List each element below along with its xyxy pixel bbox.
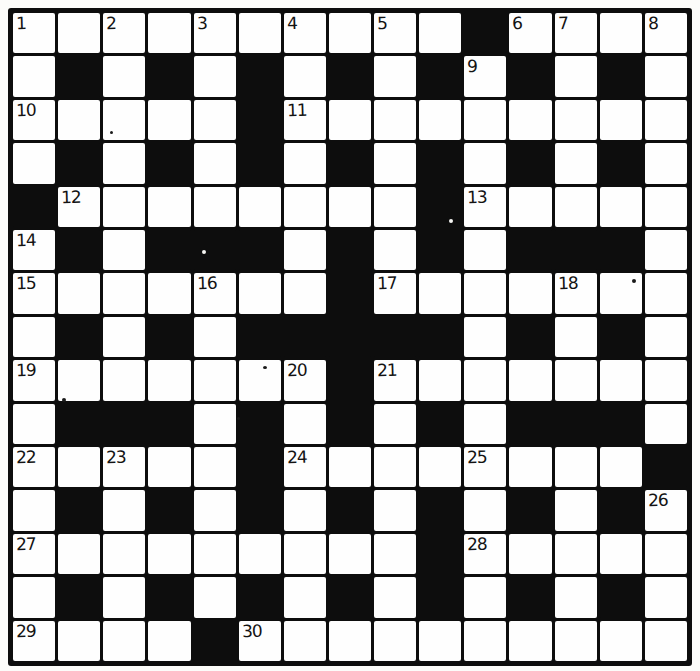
clue-number-2: 2 <box>106 13 116 33</box>
clue-number-1: 1 <box>16 13 26 33</box>
cell-r4c5[interactable] <box>194 143 236 183</box>
cell-r15c1[interactable]: 29 <box>13 621 55 661</box>
cell-r2c14-black <box>600 56 642 96</box>
cell-r2c9[interactable] <box>374 56 416 96</box>
clue-number-20: 20 <box>287 360 307 381</box>
cell-r8c3[interactable] <box>103 317 145 357</box>
cell-r14c3[interactable] <box>103 577 145 617</box>
cell-r15c12[interactable] <box>509 621 551 661</box>
cell-r2c12-black <box>509 56 551 96</box>
cell-r2c2-black <box>58 56 100 96</box>
cell-r13c9[interactable] <box>374 534 416 574</box>
cell-r15c5-black <box>194 621 236 661</box>
cell-r9c5[interactable] <box>194 360 236 400</box>
cell-r12c3[interactable] <box>103 490 145 530</box>
clue-number-23: 23 <box>106 447 126 468</box>
cell-r11c14[interactable] <box>600 447 642 487</box>
cell-r10c3-black <box>103 404 145 444</box>
cell-r11c13[interactable] <box>555 447 597 487</box>
cell-r10c6-black <box>239 404 281 444</box>
cell-r10c5[interactable] <box>194 404 236 444</box>
cell-r3c4[interactable] <box>148 100 190 140</box>
cell-r9c13[interactable] <box>555 360 597 400</box>
cell-r3c11[interactable] <box>464 100 506 140</box>
cell-r13c12[interactable] <box>509 534 551 574</box>
cell-r11c10[interactable] <box>419 447 461 487</box>
cell-r12c7[interactable] <box>284 490 326 530</box>
cell-r10c11[interactable] <box>464 404 506 444</box>
cell-r5c2[interactable]: 12 <box>58 187 100 227</box>
cell-r9c4[interactable] <box>148 360 190 400</box>
cell-r8c15[interactable] <box>645 317 687 357</box>
cell-r3c9[interactable] <box>374 100 416 140</box>
cell-r9c12[interactable] <box>509 360 551 400</box>
cell-r9c2[interactable] <box>58 360 100 400</box>
cell-r1c1[interactable]: 1 <box>13 13 55 53</box>
cell-r7c1[interactable]: 15 <box>13 273 55 313</box>
cell-r10c9[interactable] <box>374 404 416 444</box>
clue-number-4: 4 <box>287 13 297 33</box>
cell-r6c4-black <box>148 230 190 270</box>
cell-r1c10[interactable] <box>419 13 461 53</box>
cell-r9c9[interactable]: 21 <box>374 360 416 400</box>
cell-r12c8-black <box>329 490 371 530</box>
cell-r5c6[interactable] <box>239 187 281 227</box>
cell-r12c12-black <box>509 490 551 530</box>
cell-r2c7[interactable] <box>284 56 326 96</box>
cell-r14c4-black <box>148 577 190 617</box>
clue-number-17: 17 <box>377 273 397 294</box>
cell-r5c1-black <box>13 187 55 227</box>
cell-r12c1[interactable] <box>13 490 55 530</box>
clue-number-15: 15 <box>16 273 36 294</box>
cell-r9c14[interactable] <box>600 360 642 400</box>
cell-r7c8-black <box>329 273 371 313</box>
clue-number-24: 24 <box>287 447 307 468</box>
cell-r1c3[interactable]: 2 <box>103 13 145 53</box>
cell-r5c11[interactable]: 13 <box>464 187 506 227</box>
cell-r9c7[interactable]: 20 <box>284 360 326 400</box>
cell-r12c10-black <box>419 490 461 530</box>
cell-r3c5[interactable] <box>194 100 236 140</box>
paper-speck <box>202 250 206 254</box>
cell-r11c15-black <box>645 447 687 487</box>
cell-r15c6[interactable]: 30 <box>239 621 281 661</box>
cell-r11c12[interactable] <box>509 447 551 487</box>
cell-r6c1[interactable]: 14 <box>13 230 55 270</box>
cell-r3c14[interactable] <box>600 100 642 140</box>
cell-r4c9[interactable] <box>374 143 416 183</box>
cell-r7c13[interactable]: 18 <box>555 273 597 313</box>
cell-r8c10-black <box>419 317 461 357</box>
cell-r13c1[interactable]: 27 <box>13 534 55 574</box>
cell-r7c15[interactable] <box>645 273 687 313</box>
cell-r4c15[interactable] <box>645 143 687 183</box>
cell-r5c3[interactable] <box>103 187 145 227</box>
clue-number-6: 6 <box>512 13 522 33</box>
cell-r10c8-black <box>329 404 371 444</box>
cell-r10c10-black <box>419 404 461 444</box>
cell-r2c13[interactable] <box>555 56 597 96</box>
cell-r5c15[interactable] <box>645 187 687 227</box>
cell-r7c11[interactable] <box>464 273 506 313</box>
cell-r10c15[interactable] <box>645 404 687 444</box>
clue-number-14: 14 <box>16 230 36 251</box>
clue-number-30: 30 <box>241 620 261 641</box>
cell-r11c11[interactable]: 25 <box>464 447 506 487</box>
cell-r4c14-black <box>600 143 642 183</box>
clue-number-26: 26 <box>648 490 668 511</box>
clue-number-11: 11 <box>287 100 307 121</box>
cell-r14c2-black <box>58 577 100 617</box>
crossword-grid: 1234567891011121314151617181920212223242… <box>8 8 692 666</box>
cell-r11c4[interactable] <box>148 447 190 487</box>
cell-r5c7[interactable] <box>284 187 326 227</box>
cell-r14c6-black <box>239 577 281 617</box>
cell-r11c9[interactable] <box>374 447 416 487</box>
clue-number-27: 27 <box>16 534 36 555</box>
cell-r13c10-black <box>419 534 461 574</box>
cell-r2c4-black <box>148 56 190 96</box>
clue-number-3: 3 <box>196 13 206 33</box>
cell-r3c6-black <box>239 100 281 140</box>
cell-r14c15[interactable] <box>645 577 687 617</box>
cell-r9c3[interactable] <box>103 360 145 400</box>
cell-r6c3[interactable] <box>103 230 145 270</box>
cell-r2c3[interactable] <box>103 56 145 96</box>
clue-number-8: 8 <box>648 13 658 33</box>
cell-r13c15[interactable] <box>645 534 687 574</box>
clue-number-25: 25 <box>467 447 487 468</box>
cell-r2c15[interactable] <box>645 56 687 96</box>
cell-r1c7[interactable]: 4 <box>284 13 326 53</box>
cell-r8c2-black <box>58 317 100 357</box>
cell-r14c5[interactable] <box>194 577 236 617</box>
cell-r2c8-black <box>329 56 371 96</box>
cell-r4c4-black <box>148 143 190 183</box>
cell-r15c11[interactable] <box>464 621 506 661</box>
cell-r4c13[interactable] <box>555 143 597 183</box>
cell-r7c4[interactable] <box>148 273 190 313</box>
cell-r4c10-black <box>419 143 461 183</box>
cell-r4c11[interactable] <box>464 143 506 183</box>
cell-r3c1[interactable]: 10 <box>13 100 55 140</box>
cell-r13c11[interactable]: 28 <box>464 534 506 574</box>
cell-r12c9[interactable] <box>374 490 416 530</box>
cell-r6c2-black <box>58 230 100 270</box>
cell-r1c8[interactable] <box>329 13 371 53</box>
cell-r10c1[interactable] <box>13 404 55 444</box>
cell-r3c13[interactable] <box>555 100 597 140</box>
cell-r8c6-black <box>239 317 281 357</box>
cell-r1c2[interactable] <box>58 13 100 53</box>
cell-r4c2-black <box>58 143 100 183</box>
cell-r9c6[interactable] <box>239 360 281 400</box>
cell-r13c13[interactable] <box>555 534 597 574</box>
cell-r1c4[interactable] <box>148 13 190 53</box>
cell-r13c3[interactable] <box>103 534 145 574</box>
cell-r6c11[interactable] <box>464 230 506 270</box>
clue-number-7: 7 <box>557 13 567 33</box>
cell-r7c3[interactable] <box>103 273 145 313</box>
cell-r8c7-black <box>284 317 326 357</box>
cell-r3c2[interactable] <box>58 100 100 140</box>
cell-r13c14[interactable] <box>600 534 642 574</box>
cell-r2c1[interactable] <box>13 56 55 96</box>
cell-r15c3[interactable] <box>103 621 145 661</box>
clue-number-21: 21 <box>377 360 397 381</box>
clue-number-12: 12 <box>61 186 81 207</box>
cell-r14c12-black <box>509 577 551 617</box>
cell-r6c7[interactable] <box>284 230 326 270</box>
clue-number-10: 10 <box>16 100 36 121</box>
cell-r6c6-black <box>239 230 281 270</box>
cell-r3c8[interactable] <box>329 100 371 140</box>
cell-r6c14-black <box>600 230 642 270</box>
clue-number-9: 9 <box>467 56 477 76</box>
cell-r4c3[interactable] <box>103 143 145 183</box>
cell-r15c14[interactable] <box>600 621 642 661</box>
cell-r6c10-black <box>419 230 461 270</box>
cell-r12c6-black <box>239 490 281 530</box>
cell-r13c6[interactable] <box>239 534 281 574</box>
cell-r8c13[interactable] <box>555 317 597 357</box>
cell-r10c14-black <box>600 404 642 444</box>
cell-r7c5[interactable]: 16 <box>194 273 236 313</box>
clue-number-19: 19 <box>16 360 36 381</box>
cell-r11c7[interactable]: 24 <box>284 447 326 487</box>
cell-r15c7[interactable] <box>284 621 326 661</box>
cell-r5c4[interactable] <box>148 187 190 227</box>
cell-r13c5[interactable] <box>194 534 236 574</box>
cell-r12c14-black <box>600 490 642 530</box>
cell-r15c8[interactable] <box>329 621 371 661</box>
cell-r14c14-black <box>600 577 642 617</box>
cell-r8c5[interactable] <box>194 317 236 357</box>
cell-r12c11[interactable] <box>464 490 506 530</box>
cell-r10c13-black <box>555 404 597 444</box>
ink-speck <box>632 279 636 283</box>
cell-r2c10-black <box>419 56 461 96</box>
cell-r7c6[interactable] <box>239 273 281 313</box>
cell-r4c12-black <box>509 143 551 183</box>
cell-r3c12[interactable] <box>509 100 551 140</box>
cell-r14c8-black <box>329 577 371 617</box>
cell-r5c8[interactable] <box>329 187 371 227</box>
cell-r15c10[interactable] <box>419 621 461 661</box>
cell-r10c12-black <box>509 404 551 444</box>
cell-r15c15[interactable] <box>645 621 687 661</box>
cell-r8c8-black <box>329 317 371 357</box>
cell-r9c10[interactable] <box>419 360 461 400</box>
cell-r11c8[interactable] <box>329 447 371 487</box>
cell-r10c7[interactable] <box>284 404 326 444</box>
cell-r5c14[interactable] <box>600 187 642 227</box>
cell-r4c6-black <box>239 143 281 183</box>
cell-r1c12[interactable]: 6 <box>509 13 551 53</box>
cell-r14c11[interactable] <box>464 577 506 617</box>
paper-speck <box>449 219 453 223</box>
cell-r11c2[interactable] <box>58 447 100 487</box>
cell-r14c7[interactable] <box>284 577 326 617</box>
cell-r3c3[interactable] <box>103 100 145 140</box>
cell-r2c6-black <box>239 56 281 96</box>
cell-r11c3[interactable]: 23 <box>103 447 145 487</box>
clue-number-28: 28 <box>467 534 487 555</box>
cell-r7c9[interactable]: 17 <box>374 273 416 313</box>
clue-number-13: 13 <box>467 186 487 207</box>
cell-r14c9[interactable] <box>374 577 416 617</box>
cell-r8c1[interactable] <box>13 317 55 357</box>
cell-r11c6-black <box>239 447 281 487</box>
cell-r1c15[interactable]: 8 <box>645 13 687 53</box>
cell-r6c12-black <box>509 230 551 270</box>
cell-r12c4-black <box>148 490 190 530</box>
cell-r12c5[interactable] <box>194 490 236 530</box>
cell-r13c7[interactable] <box>284 534 326 574</box>
cell-r3c10[interactable] <box>419 100 461 140</box>
cell-r15c9[interactable] <box>374 621 416 661</box>
cell-r8c4-black <box>148 317 190 357</box>
cell-r8c11[interactable] <box>464 317 506 357</box>
cell-r9c1[interactable]: 19 <box>13 360 55 400</box>
cell-r9c8-black <box>329 360 371 400</box>
clue-number-22: 22 <box>16 447 36 468</box>
ink-speck <box>237 417 240 420</box>
scanned-crossword-page: 1234567891011121314151617181920212223242… <box>0 0 700 671</box>
cell-r15c2[interactable] <box>58 621 100 661</box>
cell-r1c5[interactable]: 3 <box>194 13 236 53</box>
cell-r2c11[interactable]: 9 <box>464 56 506 96</box>
cell-r15c4[interactable] <box>148 621 190 661</box>
cell-r8c14-black <box>600 317 642 357</box>
cell-r13c2[interactable] <box>58 534 100 574</box>
cell-r1c13[interactable]: 7 <box>555 13 597 53</box>
cell-r9c15[interactable] <box>645 360 687 400</box>
cell-r13c4[interactable] <box>148 534 190 574</box>
cell-r4c7[interactable] <box>284 143 326 183</box>
cell-r4c1[interactable] <box>13 143 55 183</box>
cell-r6c5-black <box>194 230 236 270</box>
cell-r12c13[interactable] <box>555 490 597 530</box>
cell-r7c12[interactable] <box>509 273 551 313</box>
clue-number-29: 29 <box>16 620 36 641</box>
cell-r5c10-black <box>419 187 461 227</box>
cell-r3c15[interactable] <box>645 100 687 140</box>
cell-r5c5[interactable] <box>194 187 236 227</box>
cell-r7c7[interactable] <box>284 273 326 313</box>
cell-r1c9[interactable]: 5 <box>374 13 416 53</box>
clue-number-16: 16 <box>196 273 216 294</box>
cell-r14c13[interactable] <box>555 577 597 617</box>
cell-r6c8-black <box>329 230 371 270</box>
clue-number-18: 18 <box>557 273 577 294</box>
cell-r9c11[interactable] <box>464 360 506 400</box>
cell-r3c7[interactable]: 11 <box>284 100 326 140</box>
cell-r13c8[interactable] <box>329 534 371 574</box>
cell-r1c6[interactable] <box>239 13 281 53</box>
cell-r14c1[interactable] <box>13 577 55 617</box>
cell-r10c4-black <box>148 404 190 444</box>
cell-r14c10-black <box>419 577 461 617</box>
cell-r6c13-black <box>555 230 597 270</box>
cell-r7c10[interactable] <box>419 273 461 313</box>
cell-r4c8-black <box>329 143 371 183</box>
cell-r12c2-black <box>58 490 100 530</box>
cell-r2c5[interactable] <box>194 56 236 96</box>
cell-r10c2-black <box>58 404 100 444</box>
cell-r11c1[interactable]: 22 <box>13 447 55 487</box>
cell-r11c5[interactable] <box>194 447 236 487</box>
cell-r6c9[interactable] <box>374 230 416 270</box>
ink-speck <box>62 398 66 402</box>
cell-r1c14[interactable] <box>600 13 642 53</box>
cell-r8c12-black <box>509 317 551 357</box>
cell-r8c9-black <box>374 317 416 357</box>
ink-speck <box>263 366 267 369</box>
cell-r1c11-black <box>464 13 506 53</box>
cell-r7c2[interactable] <box>58 273 100 313</box>
cell-r15c13[interactable] <box>555 621 597 661</box>
cell-r5c9[interactable] <box>374 187 416 227</box>
cell-r12c15[interactable]: 26 <box>645 490 687 530</box>
cell-r6c15[interactable] <box>645 230 687 270</box>
ink-speck <box>110 131 113 134</box>
clue-number-5: 5 <box>377 13 387 33</box>
cell-r5c13[interactable] <box>555 187 597 227</box>
cell-r5c12[interactable] <box>509 187 551 227</box>
